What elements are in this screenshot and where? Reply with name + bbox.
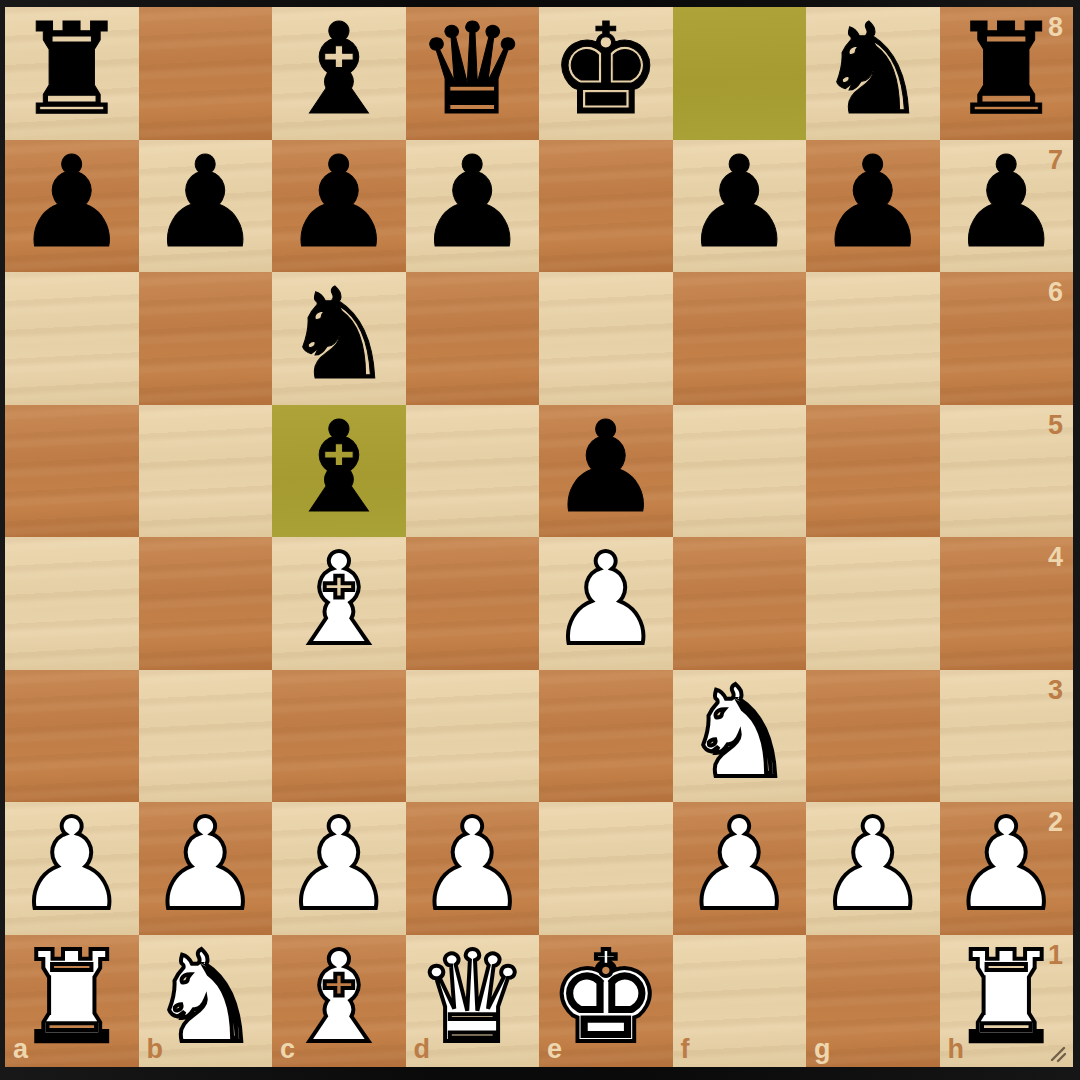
board-resize-handle-icon[interactable] [1048, 1044, 1068, 1064]
square-h7[interactable]: ♟7 [940, 140, 1074, 273]
square-h4[interactable]: 4 [940, 537, 1074, 670]
square-h6[interactable]: 6 [940, 272, 1074, 405]
black-pawn[interactable]: ♟ [282, 140, 395, 266]
square-b1[interactable]: ♞b [139, 935, 273, 1068]
square-a7[interactable]: ♟ [5, 140, 139, 273]
black-rook[interactable]: ♜ [950, 7, 1063, 133]
square-f2[interactable]: ♟ [673, 802, 807, 935]
square-d6[interactable] [406, 272, 540, 405]
square-d4[interactable] [406, 537, 540, 670]
black-pawn[interactable]: ♟ [950, 140, 1063, 266]
square-g3[interactable] [806, 670, 940, 803]
file-label-f: f [681, 1036, 690, 1063]
black-knight[interactable]: ♞ [816, 7, 929, 133]
rank-label-3: 3 [1048, 677, 1063, 704]
square-h3[interactable]: 3 [940, 670, 1074, 803]
white-queen[interactable]: ♛ [416, 935, 529, 1061]
square-b3[interactable] [139, 670, 273, 803]
black-knight[interactable]: ♞ [282, 272, 395, 398]
square-d8[interactable]: ♛ [406, 7, 540, 140]
white-pawn[interactable]: ♟ [15, 802, 128, 928]
white-pawn[interactable]: ♟ [149, 802, 262, 928]
square-c6[interactable]: ♞ [272, 272, 406, 405]
black-bishop[interactable]: ♝ [282, 7, 395, 133]
square-c3[interactable] [272, 670, 406, 803]
black-bishop[interactable]: ♝ [282, 405, 395, 531]
square-f1[interactable]: f [673, 935, 807, 1068]
square-c4[interactable]: ♝ [272, 537, 406, 670]
square-a6[interactable] [5, 272, 139, 405]
square-f7[interactable]: ♟ [673, 140, 807, 273]
square-g5[interactable] [806, 405, 940, 538]
square-g7[interactable]: ♟ [806, 140, 940, 273]
white-knight[interactable]: ♞ [149, 935, 262, 1061]
white-pawn[interactable]: ♟ [282, 802, 395, 928]
black-rook[interactable]: ♜ [15, 7, 128, 133]
square-f4[interactable] [673, 537, 807, 670]
black-pawn[interactable]: ♟ [683, 140, 796, 266]
square-d1[interactable]: ♛d [406, 935, 540, 1068]
square-e3[interactable] [539, 670, 673, 803]
white-bishop[interactable]: ♝ [282, 935, 395, 1061]
square-e4[interactable]: ♟ [539, 537, 673, 670]
square-e7[interactable] [539, 140, 673, 273]
square-h8[interactable]: ♜8 [940, 7, 1074, 140]
square-c7[interactable]: ♟ [272, 140, 406, 273]
square-e2[interactable] [539, 802, 673, 935]
square-g1[interactable]: g [806, 935, 940, 1068]
square-g4[interactable] [806, 537, 940, 670]
black-pawn[interactable]: ♟ [416, 140, 529, 266]
black-pawn[interactable]: ♟ [549, 405, 662, 531]
white-knight[interactable]: ♞ [683, 670, 796, 796]
square-d2[interactable]: ♟ [406, 802, 540, 935]
white-king[interactable]: ♚ [549, 935, 662, 1061]
rank-label-5: 5 [1048, 412, 1063, 439]
white-pawn[interactable]: ♟ [816, 802, 929, 928]
square-a8[interactable]: ♜ [5, 7, 139, 140]
square-c1[interactable]: ♝c [272, 935, 406, 1068]
white-bishop[interactable]: ♝ [282, 537, 395, 663]
square-f8[interactable] [673, 7, 807, 140]
white-pawn[interactable]: ♟ [950, 802, 1063, 928]
rank-label-4: 4 [1048, 544, 1063, 571]
square-b2[interactable]: ♟ [139, 802, 273, 935]
black-pawn[interactable]: ♟ [15, 140, 128, 266]
square-c8[interactable]: ♝ [272, 7, 406, 140]
square-b7[interactable]: ♟ [139, 140, 273, 273]
square-a4[interactable] [5, 537, 139, 670]
square-g2[interactable]: ♟ [806, 802, 940, 935]
square-e5[interactable]: ♟ [539, 405, 673, 538]
square-h2[interactable]: ♟2 [940, 802, 1074, 935]
square-c5[interactable]: ♝ [272, 405, 406, 538]
square-d7[interactable]: ♟ [406, 140, 540, 273]
square-f5[interactable] [673, 405, 807, 538]
square-b5[interactable] [139, 405, 273, 538]
square-a3[interactable] [5, 670, 139, 803]
rank-label-6: 6 [1048, 279, 1063, 306]
white-rook[interactable]: ♜ [15, 935, 128, 1061]
black-pawn[interactable]: ♟ [816, 140, 929, 266]
chess-board: ♜♝♛♚♞♜8♟♟♟♟♟♟♟7♞6♝♟5♝♟4♞3♟♟♟♟♟♟♟2♜a♞b♝c♛… [5, 7, 1073, 1067]
square-e8[interactable]: ♚ [539, 7, 673, 140]
square-b6[interactable] [139, 272, 273, 405]
square-h5[interactable]: 5 [940, 405, 1074, 538]
chess-app: ♜♝♛♚♞♜8♟♟♟♟♟♟♟7♞6♝♟5♝♟4♞3♟♟♟♟♟♟♟2♜a♞b♝c♛… [0, 0, 1080, 1080]
white-rook[interactable]: ♜ [950, 935, 1063, 1061]
square-f6[interactable] [673, 272, 807, 405]
black-king[interactable]: ♚ [549, 7, 662, 133]
black-queen[interactable]: ♛ [416, 7, 529, 133]
square-e6[interactable] [539, 272, 673, 405]
white-pawn[interactable]: ♟ [549, 537, 662, 663]
square-d3[interactable] [406, 670, 540, 803]
square-c2[interactable]: ♟ [272, 802, 406, 935]
square-a2[interactable]: ♟ [5, 802, 139, 935]
square-g8[interactable]: ♞ [806, 7, 940, 140]
square-a1[interactable]: ♜a [5, 935, 139, 1068]
square-b4[interactable] [139, 537, 273, 670]
square-f3[interactable]: ♞ [673, 670, 807, 803]
file-label-g: g [814, 1036, 831, 1063]
square-g6[interactable] [806, 272, 940, 405]
square-a5[interactable] [5, 405, 139, 538]
square-b8[interactable] [139, 7, 273, 140]
square-e1[interactable]: ♚e [539, 935, 673, 1068]
black-pawn[interactable]: ♟ [149, 140, 262, 266]
white-pawn[interactable]: ♟ [683, 802, 796, 928]
square-d5[interactable] [406, 405, 540, 538]
white-pawn[interactable]: ♟ [416, 802, 529, 928]
